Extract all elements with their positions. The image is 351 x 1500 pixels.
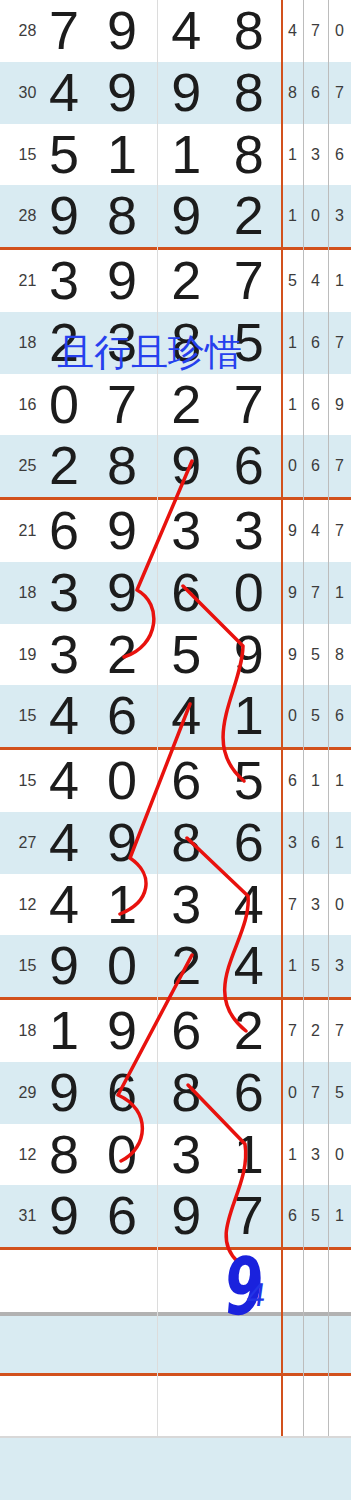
draw-digit: 8 [218,62,281,124]
tail-digit: 1 [282,1124,303,1186]
draw-row: 183960971 [0,562,351,624]
draw-digit: 9 [94,1000,150,1062]
tail-digit: 7 [328,62,351,124]
tail-column-separator-1 [303,0,304,1436]
draw-row: 155118136 [0,124,351,186]
tail-digit: 0 [328,874,351,936]
tail-digit: 5 [303,624,328,686]
draw-digit: 7 [218,1185,281,1247]
draw-digit: 9 [36,1062,92,1124]
tail-digit: 1 [282,312,303,374]
tail-digit: 8 [282,62,303,124]
tail-digit: 0 [328,1124,351,1186]
draw-digit: 9 [94,0,150,62]
tail-digit: 6 [303,374,328,436]
draw-digit: 1 [94,124,150,186]
draw-digit: 7 [218,250,281,312]
tail-digit: 7 [328,500,351,562]
tail-digit: 6 [328,124,351,186]
tail-digit: 6 [282,750,303,812]
draw-digit: 9 [94,250,150,312]
draw-digit: 0 [36,374,92,436]
tail-digit: 1 [328,750,351,812]
draw-digit: 4 [218,935,281,997]
draw-digit: 0 [218,562,281,624]
draw-digit: 8 [36,1124,92,1186]
draw-digit: 9 [94,62,150,124]
draw-digit: 9 [94,562,150,624]
watermark-text: 且行且珍惜 [57,334,242,372]
draw-digit: 9 [155,1185,218,1247]
draw-digit: 7 [218,374,281,436]
draw-digit: 4 [36,685,92,747]
tail-digit: 3 [303,1124,328,1186]
draw-row: 124134730 [0,874,351,936]
draw-digit: 6 [218,812,281,874]
draw-row: 154065611 [0,750,351,812]
empty-row [0,1438,351,1500]
draw-digit: 6 [155,750,218,812]
draw-row: 252896067 [0,435,351,497]
tail-digit: 7 [328,1000,351,1062]
tail-digit: 1 [328,250,351,312]
tail-digit: 1 [282,374,303,436]
draw-digit: 8 [218,124,281,186]
draw-digit: 1 [218,685,281,747]
tail-digit: 5 [303,935,328,997]
tail-digit: 1 [328,1185,351,1247]
draw-digit: 3 [36,624,92,686]
draw-digit: 6 [218,1062,281,1124]
tail-digit: 2 [303,1000,328,1062]
draw-digit: 9 [36,1185,92,1247]
tail-digit: 6 [328,685,351,747]
draw-digit: 7 [36,0,92,62]
draw-row: 128031130 [0,1124,351,1186]
draw-digit: 6 [94,685,150,747]
draw-digit: 4 [36,750,92,812]
tail-digit: 5 [328,1062,351,1124]
draw-digit: 3 [36,250,92,312]
lottery-trend-chart: 2879484703049988671551181362898921032139… [0,0,351,1500]
draw-digit: 1 [218,1124,281,1186]
draw-digit: 5 [155,624,218,686]
draw-row: 287948470 [0,0,351,62]
draw-row: 304998867 [0,62,351,124]
draw-digit: 6 [155,562,218,624]
draw-row: 193259958 [0,624,351,686]
draw-digit: 0 [94,1124,150,1186]
column-separator-mid [157,0,158,1436]
draw-row: 213927541 [0,250,351,312]
draw-row: 160727169 [0,374,351,436]
tail-digit: 4 [303,500,328,562]
tail-digit: 0 [282,685,303,747]
tail-digit: 7 [303,1062,328,1124]
draw-digit: 9 [155,435,218,497]
draw-digit: 8 [218,0,281,62]
tail-digit: 1 [282,124,303,186]
draw-row: 299686075 [0,1062,351,1124]
tail-digit: 9 [282,500,303,562]
draw-row: 289892103 [0,185,351,247]
draw-digit: 0 [94,935,150,997]
draw-digit: 2 [155,374,218,436]
draw-row: 319697651 [0,1185,351,1247]
empty-row [0,1316,351,1373]
draw-row: 159024153 [0,935,351,997]
draw-digit: 9 [218,624,281,686]
draw-digit: 5 [218,750,281,812]
draw-row: 154641056 [0,685,351,747]
draw-digit: 2 [155,250,218,312]
draw-digit: 2 [218,1000,281,1062]
draw-digit: 6 [94,1062,150,1124]
tail-digit: 7 [282,874,303,936]
tail-digit: 8 [328,624,351,686]
draw-digit: 9 [155,62,218,124]
draw-digit: 2 [36,435,92,497]
tail-digit: 5 [303,685,328,747]
draw-digit: 9 [36,935,92,997]
draw-digit: 7 [94,374,150,436]
tail-digit: 0 [282,435,303,497]
tail-column-separator-2 [328,0,329,1436]
draw-row: 274986361 [0,812,351,874]
tail-digit: 1 [328,562,351,624]
draw-digit: 9 [36,185,92,247]
draw-digit: 4 [36,874,92,936]
draw-digit: 3 [155,874,218,936]
tail-digit: 5 [303,1185,328,1247]
draw-digit: 6 [36,500,92,562]
draw-rows-container: 2879484703049988671551181362898921032139… [0,0,351,1500]
tail-digit: 7 [303,562,328,624]
tail-digit: 1 [282,935,303,997]
tail-digit: 7 [282,1000,303,1062]
draw-digit: 1 [36,1000,92,1062]
draw-digit: 8 [155,812,218,874]
tail-digit: 1 [282,185,303,247]
draw-digit: 5 [36,124,92,186]
draw-digit: 4 [155,0,218,62]
column-separator-orange [281,0,283,1436]
draw-digit: 6 [218,435,281,497]
draw-digit: 8 [94,185,150,247]
tail-digit: 4 [303,250,328,312]
tail-digit: 0 [303,185,328,247]
draw-digit: 4 [36,812,92,874]
draw-digit: 8 [94,435,150,497]
draw-digit: 3 [36,562,92,624]
draw-digit: 4 [218,874,281,936]
tail-digit: 6 [282,1185,303,1247]
tail-digit: 1 [303,750,328,812]
draw-digit: 4 [155,685,218,747]
tail-digit: 3 [328,935,351,997]
tail-digit: 6 [303,312,328,374]
tail-digit: 3 [282,812,303,874]
tail-digit: 3 [328,185,351,247]
tail-digit: 6 [303,435,328,497]
tail-digit: 7 [303,0,328,62]
tail-digit: 6 [303,812,328,874]
draw-digit: 6 [94,1185,150,1247]
draw-row: 181962727 [0,1000,351,1062]
tail-digit: 3 [303,124,328,186]
draw-digit: 6 [155,1000,218,1062]
empty-row [0,1250,351,1312]
draw-digit: 3 [218,500,281,562]
draw-digit: 2 [218,185,281,247]
tail-digit: 9 [282,624,303,686]
draw-digit: 3 [155,500,218,562]
draw-digit: 1 [94,874,150,936]
draw-digit: 9 [155,185,218,247]
tail-digit: 7 [328,435,351,497]
draw-digit: 8 [155,1062,218,1124]
tail-digit: 5 [282,250,303,312]
draw-digit: 1 [155,124,218,186]
tail-digit: 9 [328,374,351,436]
draw-digit: 3 [155,1124,218,1186]
empty-row [0,1376,351,1436]
draw-row: 216933947 [0,500,351,562]
tail-digit: 9 [282,562,303,624]
draw-digit: 0 [94,750,150,812]
tail-digit: 6 [303,62,328,124]
draw-digit: 4 [36,62,92,124]
tail-digit: 3 [303,874,328,936]
tail-digit: 0 [282,1062,303,1124]
draw-digit: 9 [94,812,150,874]
draw-digit: 9 [94,500,150,562]
tail-digit: 0 [328,0,351,62]
draw-digit: 2 [94,624,150,686]
tail-digit: 1 [328,812,351,874]
tail-digit: 4 [282,0,303,62]
tail-digit: 7 [328,312,351,374]
draw-digit: 2 [155,935,218,997]
